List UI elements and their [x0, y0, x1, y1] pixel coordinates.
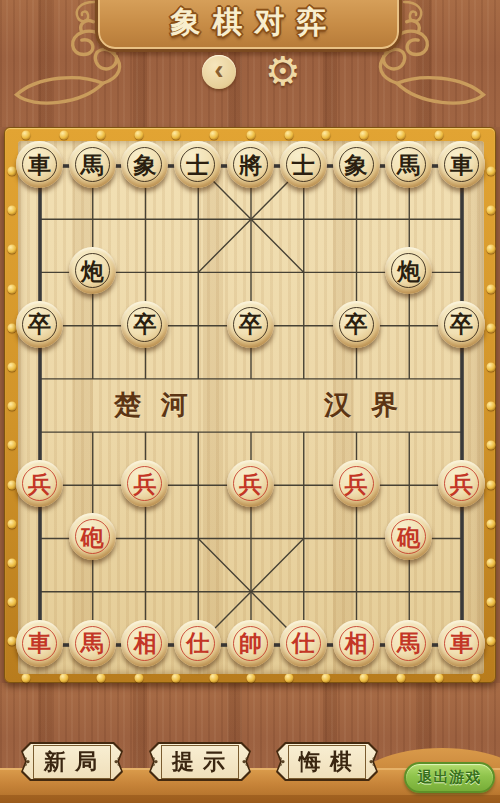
hint-button[interactable]: ✤ 提示 ✤ — [149, 742, 251, 781]
back-button[interactable]: ‹ — [202, 55, 236, 89]
piece-ring: 卒 — [339, 307, 374, 342]
gold-stud — [22, 673, 31, 682]
piece-black-soldier[interactable]: 卒 — [227, 301, 274, 348]
piece-glyph: 馬 — [397, 631, 420, 654]
piece-glyph: 兵 — [28, 472, 51, 495]
new-game-button[interactable]: ✤ 新局 ✤ — [21, 742, 123, 781]
piece-glyph: 卒 — [239, 312, 262, 335]
gold-stud — [284, 673, 293, 682]
piece-ring: 象 — [339, 147, 374, 182]
piece-glyph: 馬 — [397, 153, 420, 176]
undo-button[interactable]: ✤ 悔棋 ✤ — [276, 742, 378, 781]
piece-black-soldier[interactable]: 卒 — [121, 301, 168, 348]
piece-ring: 卒 — [233, 307, 268, 342]
piece-glyph: 車 — [450, 153, 473, 176]
piece-glyph: 炮 — [397, 259, 420, 282]
piece-ring: 車 — [444, 626, 479, 661]
piece-ring: 卒 — [127, 307, 162, 342]
piece-red-advisor[interactable]: 仕 — [174, 620, 221, 667]
piece-red-soldier[interactable]: 兵 — [333, 460, 380, 507]
piece-red-elephant[interactable]: 相 — [121, 620, 168, 667]
piece-red-soldier[interactable]: 兵 — [121, 460, 168, 507]
piece-glyph: 兵 — [450, 472, 473, 495]
piece-ring: 兵 — [127, 466, 162, 501]
piece-glyph: 相 — [133, 631, 156, 654]
piece-ring: 士 — [286, 147, 321, 182]
piece-black-general[interactable]: 將 — [227, 141, 274, 188]
piece-glyph: 車 — [28, 153, 51, 176]
piece-black-horse[interactable]: 馬 — [69, 141, 116, 188]
piece-red-cannon[interactable]: 砲 — [69, 513, 116, 560]
piece-black-horse[interactable]: 馬 — [385, 141, 432, 188]
piece-ring: 馬 — [75, 626, 110, 661]
piece-black-cannon[interactable]: 炮 — [385, 247, 432, 294]
gold-stud — [134, 673, 143, 682]
piece-ring: 將 — [233, 147, 268, 182]
xiangqi-app: { "game": "xiangqi", "header": { "title"… — [0, 0, 500, 803]
piece-red-general[interactable]: 帥 — [227, 620, 274, 667]
gold-stud — [322, 673, 331, 682]
piece-red-elephant[interactable]: 相 — [333, 620, 380, 667]
hint-label: 提示 — [161, 745, 239, 779]
plaque-curl-right — [402, 0, 428, 26]
piece-red-horse[interactable]: 馬 — [385, 620, 432, 667]
piece-glyph: 兵 — [133, 472, 156, 495]
undo-label: 悔棋 — [288, 745, 366, 779]
piece-glyph: 仕 — [186, 631, 209, 654]
piece-glyph: 相 — [345, 631, 368, 654]
piece-ring: 兵 — [444, 466, 479, 501]
piece-ring: 兵 — [22, 466, 57, 501]
piece-glyph: 車 — [450, 631, 473, 654]
piece-layer: 車馬象士將士象馬車炮炮卒卒卒卒卒兵兵兵兵兵砲砲車馬相仕帥仕相馬車 — [13, 138, 488, 670]
piece-glyph: 卒 — [28, 312, 51, 335]
piece-black-soldier[interactable]: 卒 — [16, 301, 63, 348]
gold-stud — [97, 673, 106, 682]
piece-glyph: 士 — [186, 153, 209, 176]
piece-glyph: 馬 — [81, 631, 104, 654]
gold-stud — [247, 673, 256, 682]
piece-ring: 馬 — [75, 147, 110, 182]
piece-ring: 馬 — [391, 147, 426, 182]
piece-black-advisor[interactable]: 士 — [174, 141, 221, 188]
piece-glyph: 兵 — [345, 472, 368, 495]
piece-red-soldier[interactable]: 兵 — [16, 460, 63, 507]
new-game-face: ✤ 新局 ✤ — [23, 744, 121, 779]
gear-icon: ⚙ — [265, 51, 301, 91]
piece-ring: 象 — [127, 147, 162, 182]
piece-ring: 車 — [22, 147, 57, 182]
piece-red-soldier[interactable]: 兵 — [227, 460, 274, 507]
piece-black-soldier[interactable]: 卒 — [438, 301, 485, 348]
piece-ring: 帥 — [233, 626, 268, 661]
piece-red-chariot[interactable]: 車 — [438, 620, 485, 667]
piece-ring: 兵 — [233, 466, 268, 501]
piece-ring: 砲 — [75, 519, 110, 554]
exit-game-button[interactable]: 退出游戏 — [404, 762, 495, 793]
gold-stud — [59, 673, 68, 682]
piece-glyph: 馬 — [81, 153, 104, 176]
piece-ring: 相 — [127, 626, 162, 661]
piece-black-cannon[interactable]: 炮 — [69, 247, 116, 294]
piece-glyph: 車 — [28, 631, 51, 654]
piece-glyph: 砲 — [397, 525, 420, 548]
piece-glyph: 砲 — [81, 525, 104, 548]
piece-glyph: 仕 — [292, 631, 315, 654]
new-game-label: 新局 — [33, 745, 111, 779]
floor-shadow — [0, 795, 500, 803]
piece-ring: 仕 — [286, 626, 321, 661]
title-plaque: 象棋对弈 — [95, 0, 402, 52]
piece-ring: 兵 — [339, 466, 374, 501]
piece-glyph: 象 — [345, 153, 368, 176]
piece-ring: 卒 — [22, 307, 57, 342]
piece-red-soldier[interactable]: 兵 — [438, 460, 485, 507]
piece-black-elephant[interactable]: 象 — [333, 141, 380, 188]
piece-red-cannon[interactable]: 砲 — [385, 513, 432, 560]
piece-glyph: 帥 — [239, 631, 262, 654]
piece-red-chariot[interactable]: 車 — [16, 620, 63, 667]
piece-glyph: 士 — [292, 153, 315, 176]
page-title: 象棋对弈 — [159, 2, 339, 43]
piece-black-advisor[interactable]: 士 — [280, 141, 327, 188]
gold-stud — [472, 673, 481, 682]
piece-black-soldier[interactable]: 卒 — [333, 301, 380, 348]
piece-ring: 士 — [180, 147, 215, 182]
piece-ring: 砲 — [391, 519, 426, 554]
piece-black-chariot[interactable]: 車 — [438, 141, 485, 188]
piece-ring: 炮 — [391, 253, 426, 288]
piece-ring: 車 — [444, 147, 479, 182]
gold-stud — [359, 673, 368, 682]
piece-ring: 卒 — [444, 307, 479, 342]
piece-ring: 相 — [339, 626, 374, 661]
settings-button[interactable]: ⚙ — [262, 50, 304, 92]
piece-glyph: 象 — [133, 153, 156, 176]
piece-glyph: 卒 — [345, 312, 368, 335]
piece-red-advisor[interactable]: 仕 — [280, 620, 327, 667]
piece-glyph: 卒 — [450, 312, 473, 335]
piece-ring: 炮 — [75, 253, 110, 288]
piece-glyph: 卒 — [133, 312, 156, 335]
undo-face: ✤ 悔棋 ✤ — [278, 744, 376, 779]
piece-black-chariot[interactable]: 車 — [16, 141, 63, 188]
piece-black-elephant[interactable]: 象 — [121, 141, 168, 188]
piece-ring: 馬 — [391, 626, 426, 661]
gold-stud — [172, 673, 181, 682]
plaque-curl-left — [70, 0, 96, 26]
piece-glyph: 將 — [239, 153, 262, 176]
exit-game-label: 退出游戏 — [418, 768, 482, 787]
piece-ring: 車 — [22, 626, 57, 661]
piece-ring: 仕 — [180, 626, 215, 661]
gold-stud — [397, 673, 406, 682]
piece-glyph: 炮 — [81, 259, 104, 282]
piece-glyph: 兵 — [239, 472, 262, 495]
hint-face: ✤ 提示 ✤ — [151, 744, 249, 779]
gold-stud — [434, 673, 443, 682]
back-chevron-icon: ‹ — [214, 56, 223, 84]
piece-red-horse[interactable]: 馬 — [69, 620, 116, 667]
gold-stud — [209, 673, 218, 682]
